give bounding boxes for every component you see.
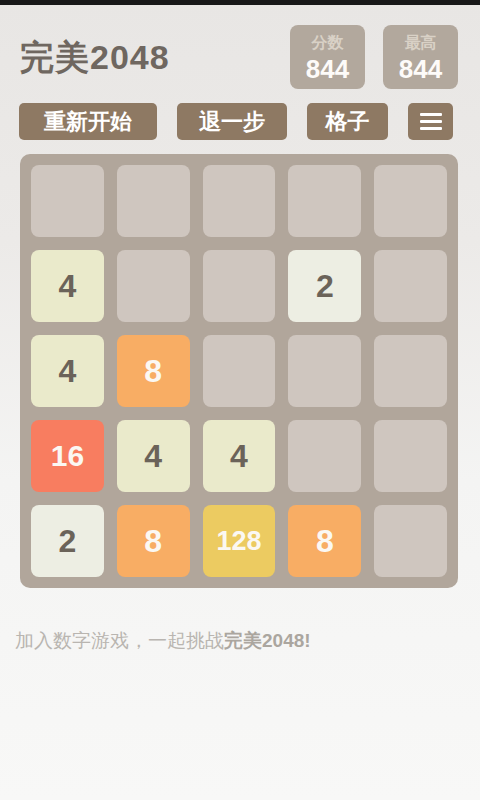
- promo-prefix: 加入数字游戏，一起挑战: [15, 630, 224, 651]
- promo-text: 加入数字游戏，一起挑战完美2048!: [15, 628, 460, 654]
- restart-button[interactable]: 重新开始: [19, 103, 157, 140]
- tile-2-r5c1: 2: [31, 505, 104, 577]
- toolbar: 重新开始 退一步 格子: [19, 103, 458, 140]
- empty-cell-r2c5: [374, 250, 447, 322]
- tile-8-r5c4: 8: [288, 505, 361, 577]
- empty-cell-r3c4: [288, 335, 361, 407]
- empty-cell-r1c4: [288, 165, 361, 237]
- tile-4-r2c1: 4: [31, 250, 104, 322]
- empty-cell-r1c3: [203, 165, 276, 237]
- empty-cell-r4c4: [288, 420, 361, 492]
- best-score-value: 844: [383, 54, 458, 85]
- tile-128-r5c3: 128: [203, 505, 276, 577]
- tile-4-r4c3: 4: [203, 420, 276, 492]
- game-board[interactable]: 42481644281288: [20, 154, 458, 588]
- tile-4-r4c2: 4: [117, 420, 190, 492]
- tile-16-r4c1: 16: [31, 420, 104, 492]
- best-score-label: 最高: [383, 33, 458, 54]
- tile-2-r2c4: 2: [288, 250, 361, 322]
- empty-cell-r5c5: [374, 505, 447, 577]
- undo-button[interactable]: 退一步: [177, 103, 287, 140]
- score-value: 844: [290, 54, 365, 85]
- empty-cell-r3c3: [203, 335, 276, 407]
- tile-8-r3c2: 8: [117, 335, 190, 407]
- score-box: 分数 844: [290, 25, 365, 89]
- hamburger-menu-icon: [420, 120, 442, 123]
- grid-size-button[interactable]: 格子: [307, 103, 388, 140]
- empty-cell-r1c5: [374, 165, 447, 237]
- tile-4-r3c1: 4: [31, 335, 104, 407]
- best-score-box: 最高 844: [383, 25, 458, 89]
- empty-cell-r2c2: [117, 250, 190, 322]
- empty-cell-r1c1: [31, 165, 104, 237]
- empty-cell-r3c5: [374, 335, 447, 407]
- score-label: 分数: [290, 33, 365, 54]
- empty-cell-r2c3: [203, 250, 276, 322]
- score-panel: 分数 844 最高 844: [290, 25, 458, 89]
- empty-cell-r1c2: [117, 165, 190, 237]
- page-title: 完美2048: [20, 35, 170, 81]
- tile-8-r5c2: 8: [117, 505, 190, 577]
- header: 完美2048 分数 844 最高 844: [0, 5, 480, 89]
- promo-highlight: 完美2048!: [224, 630, 311, 651]
- empty-cell-r4c5: [374, 420, 447, 492]
- menu-button[interactable]: [408, 103, 453, 140]
